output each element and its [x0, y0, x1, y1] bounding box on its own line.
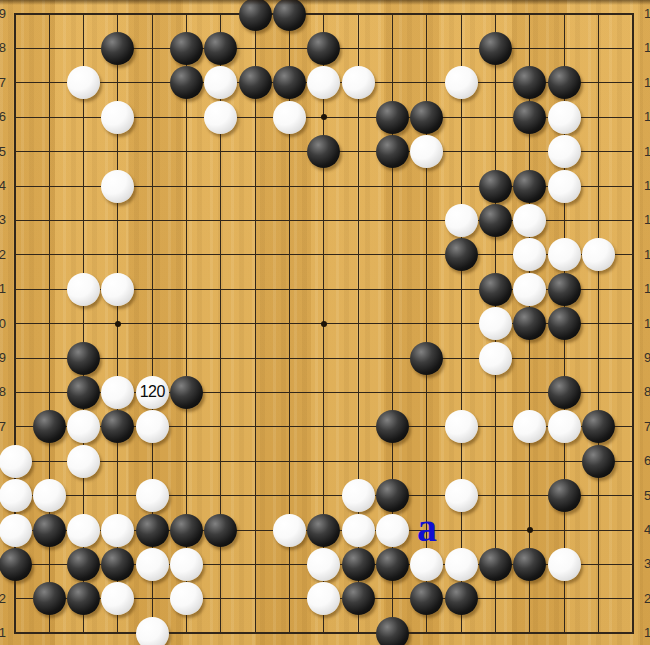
- stone-black-Q17[interactable]: [513, 66, 546, 99]
- go-board[interactable]: 1918171615141312111098765432119181716151…: [0, 0, 650, 645]
- stone-white-E1[interactable]: [136, 617, 169, 645]
- row-label-right: 14: [644, 178, 650, 194]
- stone-white-O17[interactable]: [445, 66, 478, 99]
- stone-black-P18[interactable]: [479, 32, 512, 65]
- star-point: [321, 114, 327, 120]
- row-label-left: 14: [0, 178, 6, 194]
- stone-white-C7[interactable]: [67, 410, 100, 443]
- stone-black-C8[interactable]: [67, 376, 100, 409]
- stone-white-A6[interactable]: [0, 445, 32, 478]
- row-label-right: 2: [644, 591, 650, 607]
- stone-black-K15[interactable]: [307, 135, 340, 168]
- stone-white-L17[interactable]: [342, 66, 375, 99]
- row-label-right: 19: [644, 6, 650, 22]
- annotation-letter-a[interactable]: a: [417, 508, 437, 548]
- stone-black-P3[interactable]: [479, 548, 512, 581]
- stone-black-B2[interactable]: [33, 582, 66, 615]
- stone-white-C11[interactable]: [67, 273, 100, 306]
- row-label-left: 1: [0, 625, 6, 641]
- stone-white-O3[interactable]: [445, 548, 478, 581]
- stone-white-A4[interactable]: [0, 514, 32, 547]
- row-label-right: 1: [644, 625, 650, 641]
- grid-line-vertical: [598, 13, 599, 634]
- stone-white-C6[interactable]: [67, 445, 100, 478]
- stone-black-Q16[interactable]: [513, 101, 546, 134]
- grid-line-horizontal: [14, 461, 634, 462]
- row-label-right: 12: [644, 247, 650, 263]
- grid-line-vertical: [461, 13, 462, 634]
- stone-white-M4[interactable]: [376, 514, 409, 547]
- stone-white-J4[interactable]: [273, 514, 306, 547]
- stone-white-G17[interactable]: [204, 66, 237, 99]
- stone-white-R7[interactable]: [548, 410, 581, 443]
- row-label-left: 15: [0, 144, 6, 160]
- row-label-left: 17: [0, 75, 6, 91]
- stone-white-O13[interactable]: [445, 204, 478, 237]
- row-label-left: 19: [0, 6, 6, 22]
- row-label-right: 15: [644, 144, 650, 160]
- stone-white-O7[interactable]: [445, 410, 478, 443]
- grid-line-horizontal: [14, 495, 634, 496]
- stone-black-G4[interactable]: [204, 514, 237, 547]
- row-label-right: 9: [644, 350, 650, 366]
- stone-black-N2[interactable]: [410, 582, 443, 615]
- stone-black-Q14[interactable]: [513, 170, 546, 203]
- grid-line-vertical: [632, 13, 634, 634]
- stone-white-S12[interactable]: [582, 238, 615, 271]
- stone-white-Q13[interactable]: [513, 204, 546, 237]
- stone-black-C9[interactable]: [67, 342, 100, 375]
- row-label-right: 11: [644, 281, 650, 297]
- stone-white-R3[interactable]: [548, 548, 581, 581]
- star-point: [321, 321, 327, 327]
- row-label-right: 10: [644, 316, 650, 332]
- stone-white-J16[interactable]: [273, 101, 306, 134]
- row-label-right: 18: [644, 40, 650, 56]
- stone-white-A5[interactable]: [0, 479, 32, 512]
- stone-black-R5[interactable]: [548, 479, 581, 512]
- stone-black-P14[interactable]: [479, 170, 512, 203]
- stone-black-H19[interactable]: [239, 0, 272, 31]
- stone-white-F2[interactable]: [170, 582, 203, 615]
- stone-white-R12[interactable]: [548, 238, 581, 271]
- stone-white-K17[interactable]: [307, 66, 340, 99]
- stone-black-C3[interactable]: [67, 548, 100, 581]
- stone-black-Q3[interactable]: [513, 548, 546, 581]
- stone-white-D4[interactable]: [101, 514, 134, 547]
- row-label-right: 6: [644, 453, 650, 469]
- stone-white-C17[interactable]: [67, 66, 100, 99]
- stone-white-D14[interactable]: [101, 170, 134, 203]
- stone-white-E7[interactable]: [136, 410, 169, 443]
- stone-white-N15[interactable]: [410, 135, 443, 168]
- grid-line-horizontal: [14, 632, 634, 634]
- stone-white-E3[interactable]: [136, 548, 169, 581]
- stone-black-J19[interactable]: [273, 0, 306, 31]
- move-number-label: 120: [140, 383, 165, 401]
- stone-black-D3[interactable]: [101, 548, 134, 581]
- row-label-right: 7: [644, 419, 650, 435]
- row-label-right: 13: [644, 212, 650, 228]
- stone-white-C4[interactable]: [67, 514, 100, 547]
- stone-white-E5[interactable]: [136, 479, 169, 512]
- stone-black-M5[interactable]: [376, 479, 409, 512]
- stone-black-Q10[interactable]: [513, 307, 546, 340]
- row-label-left: 8: [0, 384, 6, 400]
- stone-white-Q7[interactable]: [513, 410, 546, 443]
- row-label-right: 3: [644, 556, 650, 572]
- row-label-right: 16: [644, 109, 650, 125]
- stone-black-F8[interactable]: [170, 376, 203, 409]
- stone-black-F4[interactable]: [170, 514, 203, 547]
- stone-white-G16[interactable]: [204, 101, 237, 134]
- row-label-right: 5: [644, 488, 650, 504]
- stone-white-P9[interactable]: [479, 342, 512, 375]
- stone-white-L4[interactable]: [342, 514, 375, 547]
- row-label-left: 7: [0, 419, 6, 435]
- stone-white-R15[interactable]: [548, 135, 581, 168]
- stone-white-K2[interactable]: [307, 582, 340, 615]
- stone-white-D16[interactable]: [101, 101, 134, 134]
- stone-black-E4[interactable]: [136, 514, 169, 547]
- stone-black-M7[interactable]: [376, 410, 409, 443]
- row-label-left: 13: [0, 212, 6, 228]
- stone-black-C2[interactable]: [67, 582, 100, 615]
- stone-black-N9[interactable]: [410, 342, 443, 375]
- row-label-right: 17: [644, 75, 650, 91]
- row-label-right: 4: [644, 522, 650, 538]
- stone-black-M16[interactable]: [376, 101, 409, 134]
- row-label-left: 12: [0, 247, 6, 263]
- stone-black-P11[interactable]: [479, 273, 512, 306]
- row-label-left: 9: [0, 350, 6, 366]
- row-label-left: 16: [0, 109, 6, 125]
- stone-white-O5[interactable]: [445, 479, 478, 512]
- stone-white-Q11[interactable]: [513, 273, 546, 306]
- stone-black-K18[interactable]: [307, 32, 340, 65]
- stone-white-K3[interactable]: [307, 548, 340, 581]
- stone-black-L2[interactable]: [342, 582, 375, 615]
- stone-white-Q12[interactable]: [513, 238, 546, 271]
- row-label-left: 18: [0, 40, 6, 56]
- stone-white-P10[interactable]: [479, 307, 512, 340]
- stone-black-D7[interactable]: [101, 410, 134, 443]
- stone-black-M3[interactable]: [376, 548, 409, 581]
- stone-white-L5[interactable]: [342, 479, 375, 512]
- stone-black-S6[interactable]: [582, 445, 615, 478]
- stone-black-F18[interactable]: [170, 32, 203, 65]
- row-label-left: 2: [0, 591, 6, 607]
- row-label-left: 10: [0, 316, 6, 332]
- stone-black-M15[interactable]: [376, 135, 409, 168]
- star-point: [527, 527, 533, 533]
- grid-line-horizontal: [14, 358, 634, 359]
- stone-black-B7[interactable]: [33, 410, 66, 443]
- star-point: [115, 321, 121, 327]
- stone-black-L3[interactable]: [342, 548, 375, 581]
- stone-black-B4[interactable]: [33, 514, 66, 547]
- stone-white-D2[interactable]: [101, 582, 134, 615]
- stone-white-N3[interactable]: [410, 548, 443, 581]
- stone-black-P13[interactable]: [479, 204, 512, 237]
- stone-black-K4[interactable]: [307, 514, 340, 547]
- stone-white-D8[interactable]: [101, 376, 134, 409]
- stone-white-R16[interactable]: [548, 101, 581, 134]
- stone-white-R14[interactable]: [548, 170, 581, 203]
- stone-black-D18[interactable]: [101, 32, 134, 65]
- stone-black-R17[interactable]: [548, 66, 581, 99]
- stone-black-S7[interactable]: [582, 410, 615, 443]
- row-label-left: 11: [0, 281, 6, 297]
- stone-black-O12[interactable]: [445, 238, 478, 271]
- stone-black-R10[interactable]: [548, 307, 581, 340]
- stone-black-R11[interactable]: [548, 273, 581, 306]
- stone-black-G18[interactable]: [204, 32, 237, 65]
- stone-black-R8[interactable]: [548, 376, 581, 409]
- stone-black-J17[interactable]: [273, 66, 306, 99]
- stone-black-F17[interactable]: [170, 66, 203, 99]
- row-label-right: 8: [644, 384, 650, 400]
- stone-white-D11[interactable]: [101, 273, 134, 306]
- stone-black-N16[interactable]: [410, 101, 443, 134]
- stone-black-O2[interactable]: [445, 582, 478, 615]
- stone-black-A3[interactable]: [0, 548, 32, 581]
- stone-white-B5[interactable]: [33, 479, 66, 512]
- stone-black-M1[interactable]: [376, 617, 409, 645]
- stone-white-F3[interactable]: [170, 548, 203, 581]
- stone-black-H17[interactable]: [239, 66, 272, 99]
